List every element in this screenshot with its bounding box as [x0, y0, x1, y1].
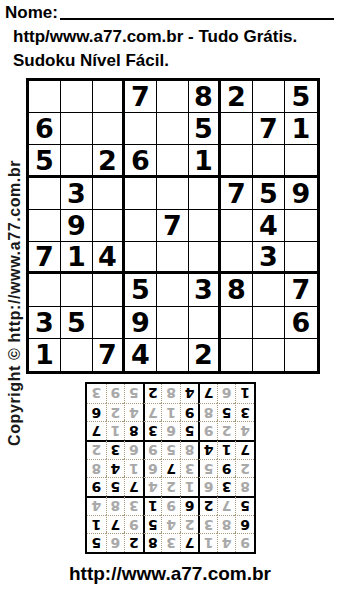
given-cell: 7 — [29, 242, 61, 274]
given-cell: 8 — [221, 274, 253, 306]
empty-cell[interactable] — [221, 113, 253, 145]
empty-cell[interactable] — [61, 145, 93, 177]
empty-cell[interactable] — [93, 307, 125, 339]
solution-cell: 5 — [235, 496, 254, 515]
given-cell: 4 — [93, 242, 125, 274]
name-label: Nome: — [5, 3, 58, 22]
solution-cell: 4 — [161, 515, 180, 534]
given-cell: 3 — [253, 242, 285, 274]
solution-cell: 3 — [161, 533, 180, 552]
solution-cell: 8 — [235, 477, 254, 496]
given-cell: 4 — [125, 339, 157, 371]
solution-cell: 7 — [87, 421, 106, 440]
solution-cell: 9 — [161, 496, 180, 515]
empty-cell[interactable] — [285, 210, 317, 242]
solution-cell: 3 — [87, 384, 106, 403]
given-cell: 5 — [189, 113, 221, 145]
empty-cell[interactable] — [253, 339, 285, 371]
empty-cell[interactable] — [253, 145, 285, 177]
given-cell: 1 — [189, 145, 221, 177]
solution-cell: 3 — [124, 496, 143, 515]
solution-cell: 7 — [161, 459, 180, 478]
empty-cell[interactable] — [93, 178, 125, 210]
worksheet-page: Nome: http/www.a77.com.br - Tudo Grátis.… — [0, 0, 340, 596]
solution-cell: 1 — [143, 496, 162, 515]
solution-cell: 2 — [124, 533, 143, 552]
solution-cell: 6 — [198, 477, 217, 496]
solution-cell: 5 — [161, 440, 180, 459]
solution-cell: 7 — [143, 403, 162, 422]
given-cell: 5 — [29, 145, 61, 177]
given-cell: 9 — [61, 210, 93, 242]
empty-cell[interactable] — [157, 113, 189, 145]
empty-cell[interactable] — [221, 242, 253, 274]
empty-cell[interactable] — [189, 210, 221, 242]
solution-cell: 3 — [106, 440, 125, 459]
footer-url: http://www.a77.com.br — [0, 563, 340, 585]
given-cell: 7 — [157, 210, 189, 242]
solution-cell: 1 — [235, 384, 254, 403]
solution-cell: 7 — [106, 515, 125, 534]
solution-cell: 6 — [235, 515, 254, 534]
given-cell: 2 — [189, 339, 221, 371]
solution-cell: 6 — [161, 421, 180, 440]
solution-cell: 5 — [124, 384, 143, 403]
given-cell: 9 — [125, 307, 157, 339]
given-cell: 2 — [93, 145, 125, 177]
given-cell: 3 — [29, 307, 61, 339]
solution-cell: 2 — [87, 440, 106, 459]
solution-cell: 2 — [198, 496, 217, 515]
given-cell: 4 — [253, 210, 285, 242]
copyright-vertical-text: Copyright © http://www.a77.com.br — [6, 84, 24, 446]
empty-cell[interactable] — [253, 274, 285, 306]
solution-cell: 5 — [106, 477, 125, 496]
given-cell: 6 — [125, 145, 157, 177]
puzzle-title: Sudoku Nível Fácil. — [13, 51, 169, 71]
given-cell: 1 — [29, 339, 61, 371]
solution-cell: 3 — [235, 403, 254, 422]
empty-cell[interactable] — [253, 81, 285, 113]
solution-cell: 8 — [106, 496, 125, 515]
empty-cell[interactable] — [189, 307, 221, 339]
empty-cell[interactable] — [61, 113, 93, 145]
solution-cell: 9 — [106, 384, 125, 403]
empty-cell[interactable] — [125, 178, 157, 210]
solution-cell: 5 — [198, 459, 217, 478]
given-cell: 5 — [61, 307, 93, 339]
solution-cell: 6 — [143, 459, 162, 478]
empty-cell[interactable] — [157, 274, 189, 306]
solution-cell: 9 — [124, 515, 143, 534]
empty-cell[interactable] — [221, 145, 253, 177]
solution-cell: 2 — [106, 403, 125, 422]
solution-cell: 4 — [235, 421, 254, 440]
solution-cell: 9 — [143, 440, 162, 459]
sudoku-puzzle-grid: 78256571526137599747143538735961742 — [26, 78, 320, 374]
solution-cell: 9 — [180, 403, 199, 422]
solution-cell: 8 — [217, 515, 236, 534]
solution-cell: 5 — [217, 403, 236, 422]
solution-cell: 4 — [198, 440, 217, 459]
empty-cell[interactable] — [189, 242, 221, 274]
solution-cell: 1 — [161, 403, 180, 422]
solution-cell: 4 — [180, 384, 199, 403]
empty-cell[interactable] — [221, 210, 253, 242]
given-cell: 6 — [285, 307, 317, 339]
solution-cell: 7 — [124, 477, 143, 496]
solution-cell: 3 — [143, 421, 162, 440]
empty-cell[interactable] — [93, 274, 125, 306]
sudoku-solution-grid: 9417382656832459715726913848361247592953… — [85, 382, 256, 554]
empty-cell[interactable] — [29, 274, 61, 306]
empty-cell[interactable] — [29, 81, 61, 113]
solution-cell: 8 — [198, 403, 217, 422]
empty-cell[interactable] — [157, 242, 189, 274]
empty-cell[interactable] — [285, 339, 317, 371]
given-cell: 3 — [61, 178, 93, 210]
solution-cell: 7 — [180, 533, 199, 552]
solution-cell: 4 — [106, 459, 125, 478]
solution-cell: 7 — [235, 440, 254, 459]
given-cell: 7 — [221, 178, 253, 210]
solution-cell: 6 — [106, 533, 125, 552]
solution-cell: 2 — [217, 421, 236, 440]
solution-cell: 8 — [87, 459, 106, 478]
solution-cell: 8 — [180, 440, 199, 459]
solution-cell: 9 — [217, 459, 236, 478]
solution-cell: 1 — [106, 421, 125, 440]
solution-cell: 6 — [87, 403, 106, 422]
solution-cell: 1 — [198, 533, 217, 552]
given-cell: 5 — [253, 178, 285, 210]
solution-cell: 9 — [235, 533, 254, 552]
given-cell: 6 — [29, 113, 61, 145]
solution-cell: 2 — [161, 477, 180, 496]
given-cell: 7 — [125, 81, 157, 113]
empty-cell[interactable] — [125, 113, 157, 145]
empty-cell[interactable] — [157, 307, 189, 339]
empty-cell[interactable] — [93, 81, 125, 113]
solution-cell: 1 — [217, 440, 236, 459]
solution-cell: 3 — [198, 515, 217, 534]
solution-cell: 6 — [217, 384, 236, 403]
given-cell: 8 — [189, 81, 221, 113]
given-cell: 1 — [285, 113, 317, 145]
solution-cell: 8 — [124, 421, 143, 440]
solution-cell: 5 — [87, 533, 106, 552]
name-blank-line — [60, 4, 334, 20]
solution-cell: 6 — [180, 496, 199, 515]
solution-cell: 8 — [143, 533, 162, 552]
given-cell: 2 — [221, 81, 253, 113]
solution-cell: 4 — [143, 477, 162, 496]
empty-cell[interactable] — [221, 339, 253, 371]
empty-cell[interactable] — [61, 81, 93, 113]
empty-cell[interactable] — [253, 307, 285, 339]
given-cell: 9 — [285, 178, 317, 210]
solution-cell: 4 — [217, 533, 236, 552]
solution-cell: 6 — [124, 440, 143, 459]
solution-cell: 2 — [180, 515, 199, 534]
solution-cell: 8 — [161, 384, 180, 403]
solution-cell: 5 — [143, 515, 162, 534]
solution-cell: 1 — [180, 477, 199, 496]
empty-cell[interactable] — [93, 210, 125, 242]
given-cell: 7 — [253, 113, 285, 145]
solution-cell: 4 — [124, 403, 143, 422]
empty-cell[interactable] — [29, 210, 61, 242]
site-header: http/www.a77.com.br - Tudo Grátis. — [13, 27, 297, 47]
empty-cell[interactable] — [93, 113, 125, 145]
solution-cell: 5 — [180, 421, 199, 440]
given-cell: 5 — [285, 81, 317, 113]
name-row: Nome: — [5, 3, 334, 22]
empty-cell[interactable] — [125, 242, 157, 274]
given-cell: 5 — [125, 274, 157, 306]
empty-cell[interactable] — [29, 178, 61, 210]
solution-cell: 4 — [87, 496, 106, 515]
solution-cell: 2 — [235, 459, 254, 478]
given-cell: 7 — [285, 274, 317, 306]
empty-cell[interactable] — [189, 178, 221, 210]
given-cell: 7 — [93, 339, 125, 371]
empty-cell[interactable] — [61, 274, 93, 306]
empty-cell[interactable] — [157, 178, 189, 210]
empty-cell[interactable] — [157, 81, 189, 113]
solution-cell: 7 — [198, 384, 217, 403]
given-cell: 3 — [189, 274, 221, 306]
solution-cell: 3 — [217, 477, 236, 496]
empty-cell[interactable] — [285, 242, 317, 274]
empty-cell[interactable] — [221, 307, 253, 339]
solution-cell: 1 — [124, 459, 143, 478]
given-cell: 1 — [61, 242, 93, 274]
solution-cell: 9 — [87, 477, 106, 496]
empty-cell[interactable] — [157, 339, 189, 371]
solution-cell: 2 — [143, 384, 162, 403]
empty-cell[interactable] — [285, 145, 317, 177]
empty-cell[interactable] — [61, 339, 93, 371]
empty-cell[interactable] — [125, 210, 157, 242]
solution-cell: 1 — [87, 515, 106, 534]
solution-cell: 7 — [217, 496, 236, 515]
solution-cell: 3 — [180, 459, 199, 478]
solution-cell: 9 — [198, 421, 217, 440]
empty-cell[interactable] — [157, 145, 189, 177]
